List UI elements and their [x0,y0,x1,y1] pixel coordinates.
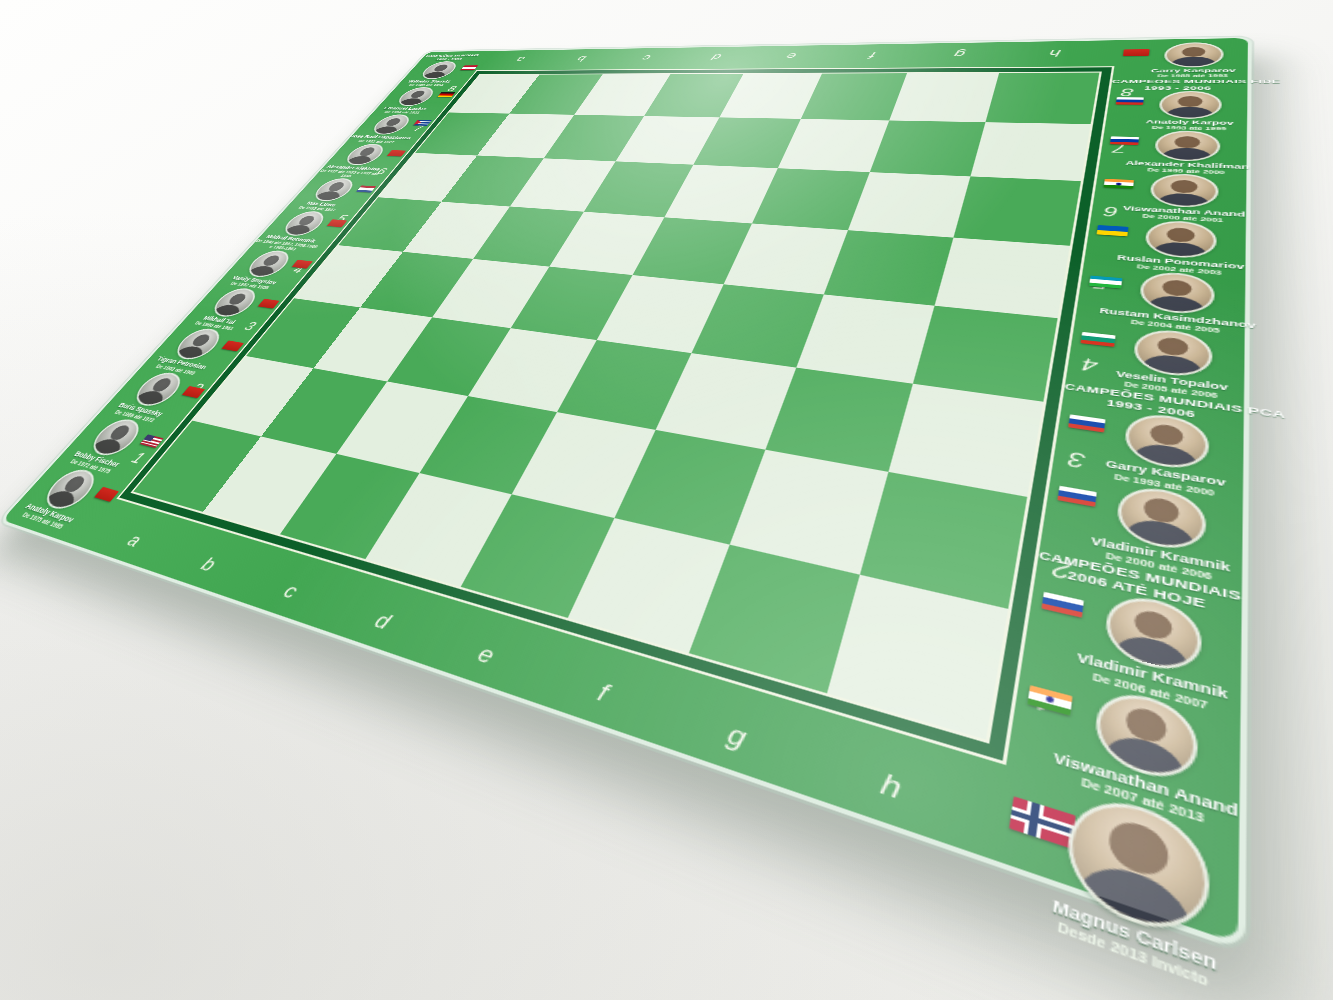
chessboard: CAMPEÕES MUNDIAIS 1886 - 1993 Wilhelm St… [2,38,1248,944]
champion-entry: Alexander KhalifmanDe 1999 até 2000 [1127,130,1247,177]
file-label-top-f: f [828,48,917,62]
flag-ussr-icon [327,219,347,227]
square-h6 [954,176,1081,245]
file-label-top-b: b [546,53,617,65]
flag-russia-icon [1068,415,1105,433]
portrait-photo [1144,220,1217,261]
flag-cuba-icon [413,120,432,126]
file-label-top-h: h [1004,45,1106,60]
flag-austria-icon [460,65,478,70]
square-h5 [935,237,1070,318]
flag-netherlands-icon [356,185,376,192]
portrait-photo [341,143,390,166]
square-g5 [824,230,954,306]
portrait-photo [1149,173,1219,209]
file-label-top-c: c [609,52,684,64]
file-label-bottom-g: g [659,692,817,785]
portrait-photo [393,87,439,106]
file-label-top-g: g [913,47,1008,61]
portrait-photo [417,61,462,79]
champion-years: De 1985 até 1993 [1157,74,1228,79]
file-label-bottom-d: d [325,589,443,656]
file-label-bottom-f: f [533,654,675,736]
flag-ussr-icon [94,487,119,502]
square-g6 [848,172,970,237]
champion-name: Garry Kasparov [1151,68,1236,74]
file-label-top-e: e [750,49,834,62]
flag-ussr-icon [221,341,243,352]
portrait-photo [128,370,189,409]
champion-entry: José Raúl CapablancaDe 1921 até 1927 [346,114,430,144]
portrait-photo [1138,271,1215,317]
flag-ussr-icon [1123,49,1150,56]
file-label-bottom-c: c [237,562,345,623]
flag-norway-icon [1009,796,1076,849]
file-label-bottom-b: b [159,538,259,594]
portrait-photo [242,249,296,279]
portrait-photo [309,177,360,202]
flag-ussr-icon [182,386,205,398]
file-label-top-d: d [677,51,756,64]
flag-bulgaria-icon [1081,331,1116,346]
square-h8 [986,73,1100,124]
flag-uzbekistan-icon [1089,276,1122,289]
flag-usa-icon [140,434,164,448]
flag-ussr-icon [387,150,406,156]
portrait-photo [206,287,262,320]
flag-russia-icon [1110,136,1139,145]
portrait-photo [1158,91,1222,119]
flag-ukraine-icon [1097,225,1129,236]
file-label-bottom-a: a [89,516,182,567]
flag-russia-icon [1058,485,1097,506]
champion-entry: Wilhelm SteinitzDe 1886 até 1894 [396,61,475,87]
champion-entry: Anatoly KarpovDe 1993 até 1999 [1132,91,1247,132]
flag-russia-icon [1116,97,1144,105]
square-g7 [870,120,986,176]
file-label-top-a: a [487,54,554,65]
portrait-photo [1154,130,1221,162]
flag-germany-icon [437,92,455,97]
champion-entry: Emanuel LaskerDe 1894 até 1921 [372,87,453,115]
section-header: CAMPEÕES MUNDIAIS FIDE1993 - 2006 [1111,78,1248,91]
portrait-photo [368,114,415,135]
flag-ussr-icon [292,260,313,269]
flag-russia-icon [1041,592,1083,618]
portrait-photo [278,210,330,237]
portrait-photo [85,416,148,459]
file-labels-top: abcdefgh [487,45,1106,65]
file-label-bottom-h: h [804,737,981,842]
file-label-bottom-e: e [423,619,552,693]
play-area [116,66,1114,765]
board-grid [130,72,1101,744]
portrait-photo [1163,42,1224,68]
flag-ussr-icon [258,299,280,309]
square-g8 [889,73,999,122]
champion-entry: Viswanathan AnandDe 2000 até 2001 [1121,172,1246,225]
flag-india-icon [1027,685,1072,715]
champion-entry: Garry KasparovDe 1985 até 1993 [1139,42,1248,79]
square-h7 [970,122,1090,181]
photo-background: CAMPEÕES MUNDIAIS 1886 - 1993 Wilhelm St… [0,0,1333,1000]
flag-india-icon [1104,179,1134,189]
portrait-photo [169,327,227,363]
